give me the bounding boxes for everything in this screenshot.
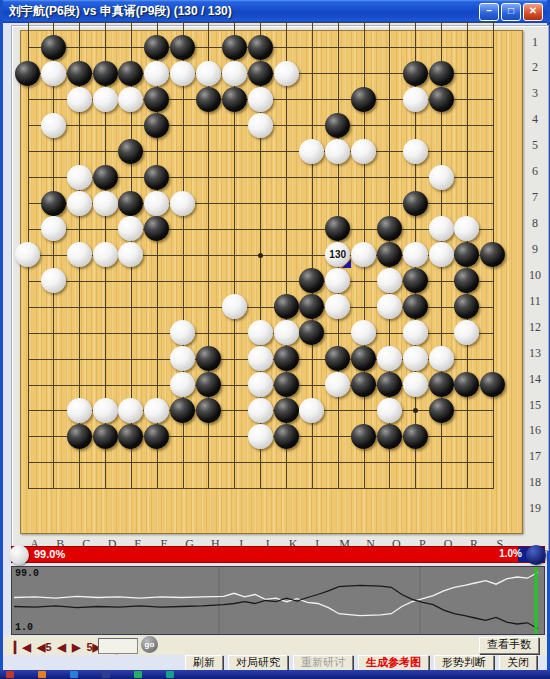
star-point [258, 253, 263, 258]
black-stone [118, 191, 143, 216]
white-stone [222, 61, 247, 86]
white-stone [403, 320, 428, 345]
black-stone [196, 372, 221, 397]
winrate-bar: 99.0% 1.0% [11, 546, 545, 563]
black-stone [454, 372, 479, 397]
white-stone [248, 372, 273, 397]
black-stone [274, 372, 299, 397]
taskbar-icon[interactable] [6, 671, 14, 678]
white-winrate-label: 99.0% [34, 548, 65, 560]
row-label: 15 [524, 398, 546, 413]
white-stone [248, 398, 273, 423]
black-stone [196, 346, 221, 371]
black-stone [403, 294, 428, 319]
black-stone [299, 294, 324, 319]
black-stone [222, 35, 247, 60]
grid-line-horizontal [28, 462, 494, 463]
black-stone [325, 216, 350, 241]
black-stone [351, 372, 376, 397]
taskbar-icon[interactable] [166, 671, 174, 678]
winrate-curves [12, 567, 544, 634]
minimize-button[interactable]: – [479, 3, 499, 21]
black-stone [222, 87, 247, 112]
white-stone [67, 191, 92, 216]
black-stone [299, 320, 324, 345]
black-stone [67, 61, 92, 86]
white-stone [93, 191, 118, 216]
black-stone [41, 191, 66, 216]
row-label: 4 [524, 112, 546, 127]
white-stone [93, 87, 118, 112]
black-stone [196, 87, 221, 112]
nav-back-button[interactable]: ◀ [58, 641, 66, 654]
white-stone [325, 268, 350, 293]
white-stone [118, 242, 143, 267]
white-stone [93, 242, 118, 267]
white-stone [118, 398, 143, 423]
black-stone [454, 268, 479, 293]
nav-back-button[interactable]: ▎◀ [14, 641, 31, 654]
black-stone [454, 242, 479, 267]
white-stone [248, 320, 273, 345]
row-label: 2 [524, 60, 546, 75]
white-stone [41, 216, 66, 241]
white-stone [170, 346, 195, 371]
white-stone [248, 113, 273, 138]
white-stone [196, 61, 221, 86]
row-label: 6 [524, 164, 546, 179]
white-stone [454, 216, 479, 241]
white-stone [222, 294, 247, 319]
black-winrate-label: 1.0% [499, 548, 522, 559]
white-stone [170, 61, 195, 86]
white-stone [377, 294, 402, 319]
black-stone [429, 398, 454, 423]
navigation-row: ▎◀◀5◀▶5▶▶▎ go 查看手数 [3, 636, 547, 655]
white-stone [170, 191, 195, 216]
black-stone [480, 242, 505, 267]
white-stone [429, 216, 454, 241]
taskbar-icon[interactable] [38, 671, 46, 678]
window-title: 刘宇航(P6段) vs 申真谞(P9段) (130 / 130) [3, 3, 232, 20]
row-label: 10 [524, 268, 546, 283]
row-label: 18 [524, 475, 546, 490]
white-stone [118, 87, 143, 112]
black-stone [144, 35, 169, 60]
black-stone [67, 424, 92, 449]
black-stone [248, 61, 273, 86]
white-stone [429, 242, 454, 267]
black-stone [248, 35, 273, 60]
row-label: 9 [524, 242, 546, 257]
graph-y-min-label: 1.0 [15, 622, 33, 633]
white-stone [351, 320, 376, 345]
white-stone [144, 61, 169, 86]
white-stone [429, 346, 454, 371]
black-stone [325, 113, 350, 138]
white-stone [248, 424, 273, 449]
black-stone [377, 242, 402, 267]
black-stone [325, 346, 350, 371]
black-stone [377, 372, 402, 397]
row-label: 5 [524, 138, 546, 153]
white-stone [351, 242, 376, 267]
white-stone [144, 191, 169, 216]
go-board[interactable]: 130 [20, 30, 523, 534]
black-stone [351, 346, 376, 371]
white-stone [403, 87, 428, 112]
white-stone [377, 268, 402, 293]
black-stone [196, 398, 221, 423]
black-stone [403, 61, 428, 86]
taskbar-icon[interactable] [102, 671, 110, 678]
white-stone [67, 398, 92, 423]
move-number-input[interactable] [98, 638, 138, 654]
window-controls: – □ ✕ [479, 3, 543, 21]
app-window: 刘宇航(P6段) vs 申真谞(P9段) (130 / 130) – □ ✕ 1… [0, 0, 550, 670]
row-label: 3 [524, 86, 546, 101]
black-stone [377, 424, 402, 449]
white-stone [248, 87, 273, 112]
white-stone [377, 346, 402, 371]
black-stone [93, 165, 118, 190]
white-stone [299, 398, 324, 423]
white-stone [170, 372, 195, 397]
white-stone [41, 61, 66, 86]
black-stone [274, 346, 299, 371]
black-stone [351, 87, 376, 112]
current-move-number: 130 [325, 242, 350, 267]
black-stone [403, 191, 428, 216]
white-stone [299, 139, 324, 164]
row-label: 13 [524, 346, 546, 361]
black-stone [429, 372, 454, 397]
white-stone [403, 346, 428, 371]
black-stone [170, 398, 195, 423]
white-stone [274, 61, 299, 86]
black-stone [274, 398, 299, 423]
black-stone [170, 35, 195, 60]
screenshot-root: 刘宇航(P6段) vs 申真谞(P9段) (130 / 130) – □ ✕ 1… [0, 0, 550, 679]
title-bar: 刘宇航(P6段) vs 申真谞(P9段) (130 / 130) – □ ✕ [3, 0, 547, 23]
white-stone [403, 139, 428, 164]
white-stone [15, 242, 40, 267]
taskbar [0, 670, 550, 679]
row-label: 7 [524, 190, 546, 205]
black-stone [93, 424, 118, 449]
white-stone [429, 165, 454, 190]
white-stone [403, 372, 428, 397]
black-stone [377, 216, 402, 241]
white-stone [67, 165, 92, 190]
row-label: 14 [524, 372, 546, 387]
white-stone [274, 320, 299, 345]
white-stone [144, 398, 169, 423]
black-stone [118, 424, 143, 449]
winrate-graph: 99.0 1.0 [11, 566, 545, 635]
white-stone [454, 320, 479, 345]
black-stone [118, 61, 143, 86]
graph-y-max-label: 99.0 [15, 568, 39, 579]
black-stone [144, 113, 169, 138]
white-stone [118, 216, 143, 241]
board-panel: 130 ABCDEFGHIJKLMNOPQRS12345678910111213… [11, 25, 549, 551]
maximize-button[interactable]: □ [501, 3, 521, 21]
black-stone [429, 87, 454, 112]
white-stone [93, 398, 118, 423]
grid-line-horizontal [28, 488, 494, 489]
black-stone [274, 294, 299, 319]
white-stone [67, 242, 92, 267]
white-player-ball-icon [9, 545, 29, 565]
black-stone [144, 424, 169, 449]
black-stone [429, 61, 454, 86]
white-stone [67, 87, 92, 112]
row-label: 16 [524, 423, 546, 438]
white-stone [170, 320, 195, 345]
action-button-row: 刷新对局研究重新研讨生成参考图形势判断关闭 [3, 655, 545, 670]
white-stone [403, 242, 428, 267]
row-label: 1 [524, 35, 546, 50]
black-stone [144, 165, 169, 190]
black-stone [15, 61, 40, 86]
black-stone [274, 424, 299, 449]
black-stone [454, 294, 479, 319]
go-button[interactable]: go [141, 636, 158, 653]
white-stone [325, 372, 350, 397]
black-stone [480, 372, 505, 397]
star-point [413, 408, 418, 413]
black-stone [351, 424, 376, 449]
nav-forward-button[interactable]: ▶ [72, 641, 80, 654]
row-label: 8 [524, 216, 546, 231]
white-stone [248, 346, 273, 371]
white-stone [377, 398, 402, 423]
taskbar-icon[interactable] [134, 671, 142, 678]
black-stone [144, 216, 169, 241]
white-stone [325, 139, 350, 164]
black-stone [299, 268, 324, 293]
white-stone: 130 [325, 242, 350, 267]
black-stone [403, 424, 428, 449]
row-label: 11 [524, 294, 546, 309]
row-label: 17 [524, 449, 546, 464]
black-stone [93, 61, 118, 86]
close-icon[interactable]: ✕ [523, 3, 543, 21]
black-stone [403, 268, 428, 293]
white-stone [325, 294, 350, 319]
white-stone [41, 113, 66, 138]
black-player-ball-icon [526, 545, 546, 565]
row-label: 12 [524, 320, 546, 335]
row-label: 19 [524, 501, 546, 516]
nav-back-button[interactable]: ◀5 [37, 641, 52, 654]
view-moves-button[interactable]: 查看手数 [479, 637, 539, 654]
black-stone [118, 139, 143, 164]
black-stone [144, 87, 169, 112]
taskbar-icon[interactable] [70, 671, 78, 678]
white-stone [351, 139, 376, 164]
black-stone [41, 35, 66, 60]
white-stone [41, 268, 66, 293]
